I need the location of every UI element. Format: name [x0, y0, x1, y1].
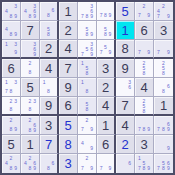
candidate-grid: 158 [78, 59, 96, 77]
candidate-grid: 35679 [78, 40, 96, 57]
cell-r3c8[interactable]: 79 [135, 40, 154, 59]
cell-r9c6[interactable]: 79 [97, 154, 116, 173]
candidate-grid: 24689 [21, 154, 39, 173]
candidate-grid: 68 [40, 2, 57, 20]
cell-r9c5[interactable]: 279 [78, 154, 97, 173]
given-digit: 1 [21, 135, 39, 153]
candidate-digit: 7 [156, 50, 161, 55]
candidate-grid: 18 [78, 78, 96, 96]
candidate-grid: 2489 [2, 154, 20, 173]
candidate-grid: 279 [78, 154, 96, 173]
candidate-grid: 489 [2, 21, 20, 39]
given-digit: 3 [154, 21, 173, 39]
candidate-digit: 6 [127, 161, 132, 166]
cell-r5c3[interactable]: 18 [40, 78, 59, 97]
candidate-grid: 49 [78, 135, 96, 153]
candidate-digit: 2 [9, 118, 14, 123]
user-digit: 3 [59, 154, 77, 173]
candidate-grid: 36789 [78, 2, 96, 20]
given-digit: 4 [59, 40, 77, 57]
cell-r5c7[interactable]: 36 [116, 78, 135, 97]
cell-r6c2[interactable]: 238 [21, 97, 40, 116]
cell-r9c7[interactable]: 6 [116, 154, 135, 173]
candidate-digit: 9 [89, 32, 94, 37]
candidate-digit: 3 [13, 80, 18, 85]
candidate-digit: 1 [4, 42, 9, 47]
candidate-digit: 2 [28, 61, 33, 66]
cell-r9c4[interactable]: 3 [59, 154, 78, 173]
cell-r3c2[interactable]: 369 [21, 40, 40, 59]
candidate-digit: 9 [13, 14, 18, 19]
candidate-digit: 9 [108, 50, 112, 55]
candidate-digit: 8 [46, 32, 50, 37]
given-digit: 4 [135, 78, 153, 96]
user-digit: 2 [116, 135, 134, 153]
candidate-digit: 9 [13, 32, 18, 37]
cell-r7c7[interactable]: 4 [116, 116, 135, 135]
candidate-digit: 7 [137, 50, 142, 55]
cell-r4c7[interactable]: 9 [116, 59, 135, 78]
candidate-digit: 8 [142, 109, 147, 114]
cell-r9c1[interactable]: 2489 [2, 154, 21, 173]
candidate-grid: 589 [78, 21, 96, 39]
candidate-digit: 9 [146, 127, 151, 132]
candidate-digit: 9 [32, 52, 37, 57]
given-digit: 7 [116, 97, 134, 114]
candidate-grid: 79 [135, 40, 153, 57]
given-digit: 1 [97, 116, 114, 134]
candidate-grid: 56789 [154, 154, 173, 173]
cell-r8c8[interactable]: 3 [135, 135, 154, 154]
cell-r2c8[interactable]: 6 [135, 21, 154, 40]
cell-r6c3[interactable]: 9 [40, 97, 59, 116]
given-digit: 9 [40, 97, 57, 114]
given-digit: 3 [97, 59, 114, 77]
candidate-grid: 68 [154, 78, 173, 96]
candidate-digit: 8 [85, 107, 90, 112]
candidate-digit: 9 [89, 14, 94, 19]
given-digit: 4 [40, 59, 57, 77]
cell-r6c8[interactable]: 258 [135, 97, 154, 116]
candidate-digit: 7 [99, 50, 103, 55]
given-digit: 8 [116, 40, 134, 57]
candidate-grid: 589 [97, 21, 114, 39]
cell-r3c3[interactable]: 2 [40, 40, 59, 59]
user-digit: 7 [40, 135, 57, 153]
candidate-digit: 9 [13, 127, 18, 132]
given-digit: 5 [21, 78, 39, 96]
cell-r8c6[interactable]: 6 [97, 135, 116, 154]
cell-r8c9[interactable]: 9 [154, 135, 173, 154]
candidate-digit: 7 [80, 52, 85, 57]
cell-r1c6[interactable]: 789 [97, 2, 116, 21]
cell-r4c4[interactable]: 7 [59, 59, 78, 78]
candidate-digit: 8 [9, 89, 14, 94]
candidate-digit: 3 [13, 42, 18, 47]
cell-r5c9[interactable]: 68 [154, 78, 173, 97]
user-digit: 1 [116, 21, 134, 39]
candidate-digit: 3 [32, 99, 37, 104]
candidate-digit: 8 [142, 71, 147, 76]
candidate-digit: 6 [51, 8, 55, 13]
cell-r6c9[interactable]: 1 [154, 97, 173, 116]
cell-r3c1[interactable]: 139 [2, 40, 21, 59]
candidate-digit: 9 [89, 127, 94, 132]
cell-r2c5[interactable]: 589 [78, 21, 97, 40]
cell-r4c5[interactable]: 158 [78, 59, 97, 78]
candidate-digit: 8 [46, 89, 50, 94]
cell-r7c3[interactable]: 3 [40, 116, 59, 135]
candidate-grid: 15789 [135, 154, 153, 173]
cell-r1c8[interactable]: 279 [135, 2, 154, 21]
candidate-digit: 6 [127, 85, 132, 90]
cell-r4c1[interactable]: 6 [2, 59, 21, 78]
cell-r2c3[interactable]: 58 [40, 21, 59, 40]
candidate-digit: 7 [80, 166, 85, 171]
candidate-digit: 8 [28, 70, 33, 75]
cell-r9c3[interactable]: 68 [40, 154, 59, 173]
candidate-digit: 9 [166, 127, 171, 132]
candidate-grid: 2479 [154, 2, 173, 20]
cell-r5c2[interactable]: 5 [21, 78, 40, 97]
candidate-digit: 7 [156, 14, 161, 19]
candidate-grid: 279 [78, 116, 96, 134]
cell-r1c4[interactable]: 1 [59, 2, 78, 21]
candidate-grid: 139 [2, 40, 20, 57]
candidate-digit: 6 [51, 161, 55, 166]
candidate-digit: 9 [32, 166, 37, 171]
candidate-digit: 9 [89, 52, 94, 57]
cell-r3c5[interactable]: 35679 [78, 40, 97, 59]
candidate-digit: 7 [99, 166, 103, 171]
candidate-digit: 1 [80, 80, 85, 85]
candidate-digit: 2 [85, 156, 90, 161]
cell-r5c6[interactable]: 2 [97, 78, 116, 97]
cell-r6c1[interactable]: 238 [2, 97, 21, 116]
candidate-digit: 2 [85, 118, 90, 123]
cell-r7c6[interactable]: 1 [97, 116, 116, 135]
candidate-digit: 8 [28, 107, 33, 112]
given-digit: 6 [59, 97, 77, 114]
candidate-grid: 258 [154, 59, 173, 77]
given-digit: 2 [40, 40, 57, 57]
candidate-digit: 8 [46, 166, 50, 171]
cell-r5c1[interactable]: 1378 [2, 78, 21, 97]
candidate-digit: 9 [166, 14, 171, 19]
cell-r7c1[interactable]: 289 [2, 116, 21, 135]
candidate-digit: 9 [32, 14, 37, 19]
sudoku-board: 3489346896813678978952792479489758258958… [0, 0, 175, 175]
candidate-digit: 6 [166, 84, 171, 89]
candidate-digit: 2 [9, 156, 14, 161]
candidate-digit: 4 [80, 141, 85, 146]
cell-r2c4[interactable]: 2 [59, 21, 78, 40]
given-digit: 7 [21, 21, 39, 39]
candidate-digit: 2 [161, 4, 166, 9]
candidate-grid: 579 [97, 40, 114, 57]
candidate-digit: 9 [146, 13, 151, 18]
given-digit: 1 [59, 2, 77, 20]
cell-r3c4[interactable]: 4 [59, 40, 78, 59]
given-digit: 3 [135, 135, 153, 153]
candidate-digit: 7 [137, 13, 142, 18]
candidate-digit: 8 [161, 71, 166, 76]
cell-r6c7[interactable]: 7 [116, 97, 135, 116]
cell-r9c2[interactable]: 24689 [21, 154, 40, 173]
cell-r1c2[interactable]: 34689 [21, 2, 40, 21]
cell-r1c1[interactable]: 3489 [2, 2, 21, 21]
candidate-digit: 2 [142, 4, 147, 9]
cell-r8c3[interactable]: 7 [40, 135, 59, 154]
cell-r1c5[interactable]: 36789 [78, 2, 97, 21]
candidate-grid: 9 [154, 135, 173, 153]
cell-r8c1[interactable]: 5 [2, 135, 21, 154]
cell-r7c2[interactable]: 2689 [21, 116, 40, 135]
candidate-digit: 7 [80, 127, 85, 132]
candidate-digit: 9 [13, 50, 18, 55]
candidate-grid: 2689 [21, 116, 39, 134]
candidate-digit: 9 [166, 146, 171, 151]
candidate-digit: 8 [46, 13, 50, 18]
cell-r7c9[interactable]: 6789 [154, 116, 173, 135]
candidate-digit: 9 [108, 166, 112, 171]
candidate-digit: 9 [146, 50, 151, 55]
cell-r2c7[interactable]: 1 [116, 21, 135, 40]
cell-r6c5[interactable]: 58 [78, 97, 97, 116]
cell-r1c7[interactable]: 5 [116, 2, 135, 21]
given-digit: 4 [97, 97, 114, 114]
candidate-digit: 8 [9, 107, 14, 112]
candidate-digit: 8 [85, 89, 90, 94]
cell-r4c3[interactable]: 4 [40, 59, 59, 78]
candidate-grid: 279 [135, 2, 153, 20]
candidate-grid: 789 [97, 2, 114, 20]
cell-r4c2[interactable]: 28 [21, 59, 40, 78]
candidate-digit: 1 [4, 80, 9, 85]
candidate-grid: 18 [40, 78, 57, 96]
candidate-grid: 258 [135, 59, 153, 77]
candidate-digit: 9 [108, 32, 112, 37]
cell-r2c1[interactable]: 489 [2, 21, 21, 40]
cell-r4c6[interactable]: 3 [97, 59, 116, 78]
cell-r6c4[interactable]: 6 [59, 97, 78, 116]
given-digit: 1 [154, 97, 173, 114]
cell-r9c9[interactable]: 56789 [154, 154, 173, 173]
given-digit: 2 [97, 78, 114, 96]
candidate-grid: 238 [21, 97, 39, 114]
given-digit: 5 [2, 135, 20, 153]
candidate-grid: 58 [40, 21, 57, 39]
candidate-digit: 9 [146, 166, 151, 171]
candidate-grid: 789 [135, 116, 153, 134]
cell-r5c4[interactable]: 9 [59, 78, 78, 97]
candidate-digit: 9 [32, 128, 37, 133]
given-digit: 3 [40, 116, 57, 134]
cell-r7c8[interactable]: 789 [135, 116, 154, 135]
candidate-digit: 1 [42, 80, 46, 85]
candidate-grid: 79 [97, 154, 114, 173]
candidate-grid: 6 [116, 154, 134, 173]
given-digit: 6 [97, 135, 114, 153]
cell-r8c7[interactable]: 2 [116, 135, 135, 154]
candidate-grid: 58 [78, 97, 96, 114]
cell-r8c2[interactable]: 1 [21, 135, 40, 154]
candidate-grid: 36 [116, 78, 134, 96]
cell-r1c3[interactable]: 68 [40, 2, 59, 21]
cell-r7c4[interactable]: 5 [59, 116, 78, 135]
cell-r7c5[interactable]: 279 [78, 116, 97, 135]
cell-r8c5[interactable]: 49 [78, 135, 97, 154]
candidate-digit: 9 [89, 166, 94, 171]
cell-r8c4[interactable]: 8 [59, 135, 78, 154]
cell-r5c5[interactable]: 18 [78, 78, 97, 97]
cell-r3c7[interactable]: 8 [116, 40, 135, 59]
candidate-digit: 9 [13, 166, 18, 171]
candidate-digit: 9 [166, 166, 171, 171]
candidate-grid: 369 [21, 40, 39, 57]
candidate-digit: 9 [108, 13, 112, 18]
candidate-grid: 28 [21, 59, 39, 77]
candidate-grid: 6789 [154, 116, 173, 134]
cell-r2c9[interactable]: 3 [154, 21, 173, 40]
candidate-digit: 3 [13, 99, 18, 104]
candidate-digit: 9 [166, 50, 171, 55]
candidate-grid: 1378 [2, 78, 20, 96]
candidate-digit: 8 [85, 71, 90, 76]
candidate-grid: 79 [154, 40, 173, 57]
given-digit: 9 [59, 78, 77, 96]
cell-r2c6[interactable]: 589 [97, 21, 116, 40]
given-digit: 2 [59, 21, 77, 39]
candidate-grid: 289 [2, 116, 20, 134]
candidate-digit: 3 [13, 4, 18, 9]
cell-r5c8[interactable]: 4 [135, 78, 154, 97]
candidate-digit: 9 [89, 146, 94, 151]
given-digit: 6 [135, 21, 153, 39]
cell-r1c9[interactable]: 2479 [154, 2, 173, 21]
candidate-grid: 258 [135, 97, 153, 114]
cell-r3c9[interactable]: 79 [154, 40, 173, 59]
cell-r4c8[interactable]: 258 [135, 59, 154, 78]
candidate-digit: 8 [161, 89, 166, 94]
user-digit: 5 [59, 116, 77, 134]
candidate-grid: 68 [40, 154, 57, 173]
given-digit: 7 [59, 59, 77, 77]
given-digit: 9 [116, 59, 134, 77]
candidate-grid: 238 [2, 97, 20, 114]
given-digit: 6 [2, 59, 20, 77]
candidate-grid: 34689 [21, 2, 39, 20]
cell-r6c6[interactable]: 4 [97, 97, 116, 116]
given-digit: 4 [116, 116, 134, 134]
cell-r3c6[interactable]: 579 [97, 40, 116, 59]
cell-r4c9[interactable]: 258 [154, 59, 173, 78]
cell-r2c2[interactable]: 7 [21, 21, 40, 40]
cell-r9c8[interactable]: 15789 [135, 154, 154, 173]
candidate-grid: 3489 [2, 2, 20, 20]
user-digit: 8 [59, 135, 77, 153]
user-digit: 5 [116, 2, 134, 20]
